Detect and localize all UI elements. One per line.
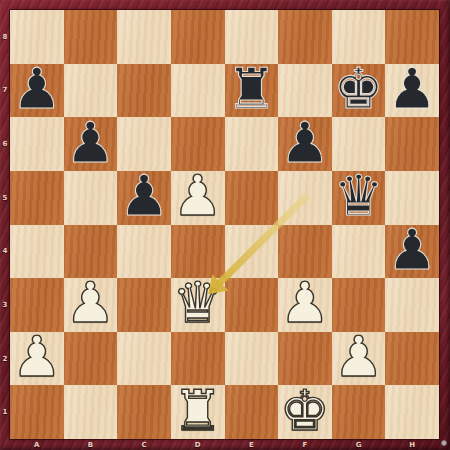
file-label-b: B (64, 439, 118, 450)
rank-label-4: 4 (0, 225, 10, 279)
file-label-a: A (10, 439, 64, 450)
black-pawn[interactable]: ♟ (280, 115, 330, 171)
file-label-h: H (385, 439, 439, 450)
square-e6[interactable] (225, 117, 279, 171)
square-h2[interactable] (385, 332, 439, 386)
square-h3[interactable] (385, 278, 439, 332)
square-c3[interactable] (117, 278, 171, 332)
square-a4[interactable] (10, 225, 64, 279)
rank-label-2: 2 (0, 332, 10, 386)
black-pawn[interactable]: ♟ (387, 61, 437, 117)
square-d3[interactable]: ♛ (171, 278, 225, 332)
square-d5[interactable]: ♟ (171, 171, 225, 225)
square-e3[interactable] (225, 278, 279, 332)
board-resize-handle[interactable] (441, 440, 447, 446)
square-e4[interactable] (225, 225, 279, 279)
black-rook[interactable]: ♜ (226, 61, 276, 117)
white-rook[interactable]: ♜ (173, 383, 223, 439)
square-b2[interactable] (64, 332, 118, 386)
square-f1[interactable]: ♚ (278, 385, 332, 439)
white-pawn[interactable]: ♟ (280, 275, 330, 331)
file-label-c: C (117, 439, 171, 450)
square-a1[interactable] (10, 385, 64, 439)
square-g4[interactable] (332, 225, 386, 279)
square-h6[interactable] (385, 117, 439, 171)
white-pawn[interactable]: ♟ (65, 275, 115, 331)
square-h7[interactable]: ♟ (385, 64, 439, 118)
white-pawn[interactable]: ♟ (12, 329, 62, 385)
black-pawn[interactable]: ♟ (65, 115, 115, 171)
white-pawn[interactable]: ♟ (173, 168, 223, 224)
file-label-e: E (225, 439, 279, 450)
white-queen[interactable]: ♛ (173, 275, 223, 331)
square-g7[interactable]: ♚ (332, 64, 386, 118)
rank-label-8: 8 (0, 10, 10, 64)
white-king[interactable]: ♚ (280, 383, 330, 439)
square-e7[interactable]: ♜ (225, 64, 279, 118)
black-pawn[interactable]: ♟ (119, 168, 169, 224)
white-pawn[interactable]: ♟ (333, 329, 383, 385)
square-c1[interactable] (117, 385, 171, 439)
square-c2[interactable] (117, 332, 171, 386)
file-label-g: G (332, 439, 386, 450)
square-f5[interactable] (278, 171, 332, 225)
square-a6[interactable] (10, 117, 64, 171)
square-a5[interactable] (10, 171, 64, 225)
square-h4[interactable]: ♟ (385, 225, 439, 279)
square-b6[interactable]: ♟ (64, 117, 118, 171)
square-a2[interactable]: ♟ (10, 332, 64, 386)
rank-label-6: 6 (0, 117, 10, 171)
square-c8[interactable] (117, 10, 171, 64)
black-queen[interactable]: ♛ (333, 168, 383, 224)
square-c7[interactable] (117, 64, 171, 118)
square-f3[interactable]: ♟ (278, 278, 332, 332)
rank-label-5: 5 (0, 171, 10, 225)
square-c4[interactable] (117, 225, 171, 279)
black-king[interactable]: ♚ (333, 61, 383, 117)
square-d8[interactable] (171, 10, 225, 64)
black-pawn[interactable]: ♟ (12, 61, 62, 117)
square-a7[interactable]: ♟ (10, 64, 64, 118)
chess-board: ♟♜♚♟♟♟♟♟♛♟♟♛♟♟♟♜♚ (10, 10, 439, 439)
square-b8[interactable] (64, 10, 118, 64)
square-b1[interactable] (64, 385, 118, 439)
square-f8[interactable] (278, 10, 332, 64)
square-d7[interactable] (171, 64, 225, 118)
square-e1[interactable] (225, 385, 279, 439)
square-g5[interactable]: ♛ (332, 171, 386, 225)
square-e2[interactable] (225, 332, 279, 386)
board-frame: ♟♜♚♟♟♟♟♟♛♟♟♛♟♟♟♜♚ 87654321ABCDEFGH (0, 0, 450, 450)
square-e5[interactable] (225, 171, 279, 225)
square-f6[interactable]: ♟ (278, 117, 332, 171)
square-g1[interactable] (332, 385, 386, 439)
square-d1[interactable]: ♜ (171, 385, 225, 439)
square-b3[interactable]: ♟ (64, 278, 118, 332)
rank-label-1: 1 (0, 385, 10, 439)
square-c5[interactable]: ♟ (117, 171, 171, 225)
black-pawn[interactable]: ♟ (387, 222, 437, 278)
rank-label-3: 3 (0, 278, 10, 332)
square-h1[interactable] (385, 385, 439, 439)
rank-label-7: 7 (0, 64, 10, 118)
square-b5[interactable] (64, 171, 118, 225)
square-g2[interactable]: ♟ (332, 332, 386, 386)
